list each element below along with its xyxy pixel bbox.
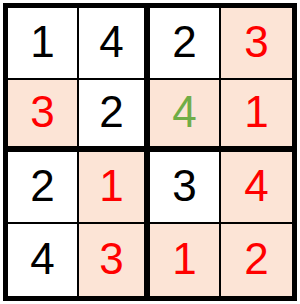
sudoku-cell-r4c2[interactable]: 3: [79, 224, 150, 296]
cell-digit: 2: [244, 237, 268, 284]
cell-digit: 4: [99, 20, 123, 67]
sudoku-cell-r4c1[interactable]: 4: [8, 224, 79, 296]
sudoku-cell-r3c4[interactable]: 4: [221, 152, 292, 224]
sudoku-cell-r2c4[interactable]: 1: [221, 80, 292, 152]
sudoku-cell-r2c3[interactable]: 4: [150, 80, 221, 152]
sudoku-cell-r1c1[interactable]: 1: [8, 8, 79, 80]
cell-digit: 1: [99, 164, 123, 211]
cell-digit: 3: [99, 237, 123, 284]
sudoku-cell-r3c1[interactable]: 2: [8, 152, 79, 224]
cell-digit: 3: [244, 20, 268, 67]
cell-digit: 3: [172, 164, 196, 211]
sudoku-cell-r1c4[interactable]: 3: [221, 8, 292, 80]
cell-digit: 2: [172, 20, 196, 67]
sudoku-cell-r1c2[interactable]: 4: [79, 8, 150, 80]
sudoku-cell-r3c2[interactable]: 1: [79, 152, 150, 224]
sudoku-cell-r2c1[interactable]: 3: [8, 80, 79, 152]
cell-digit: 4: [172, 90, 196, 137]
sudoku-cell-r4c3[interactable]: 1: [150, 224, 221, 296]
sudoku-cell-r1c3[interactable]: 2: [150, 8, 221, 80]
cell-digit: 1: [244, 90, 268, 137]
cell-digit: 3: [30, 90, 54, 137]
cell-digit: 4: [30, 237, 54, 284]
sudoku-board: 1423324121344312: [3, 3, 297, 301]
sudoku-cell-r4c4[interactable]: 2: [221, 224, 292, 296]
cell-digit: 1: [172, 237, 196, 284]
cell-digit: 2: [30, 164, 54, 211]
cell-digit: 1: [30, 20, 54, 67]
cell-digit: 2: [99, 90, 123, 137]
sudoku-cell-r2c2[interactable]: 2: [79, 80, 150, 152]
sudoku-page: 1423324121344312: [0, 0, 300, 304]
sudoku-cell-r3c3[interactable]: 3: [150, 152, 221, 224]
cell-digit: 4: [244, 164, 268, 211]
